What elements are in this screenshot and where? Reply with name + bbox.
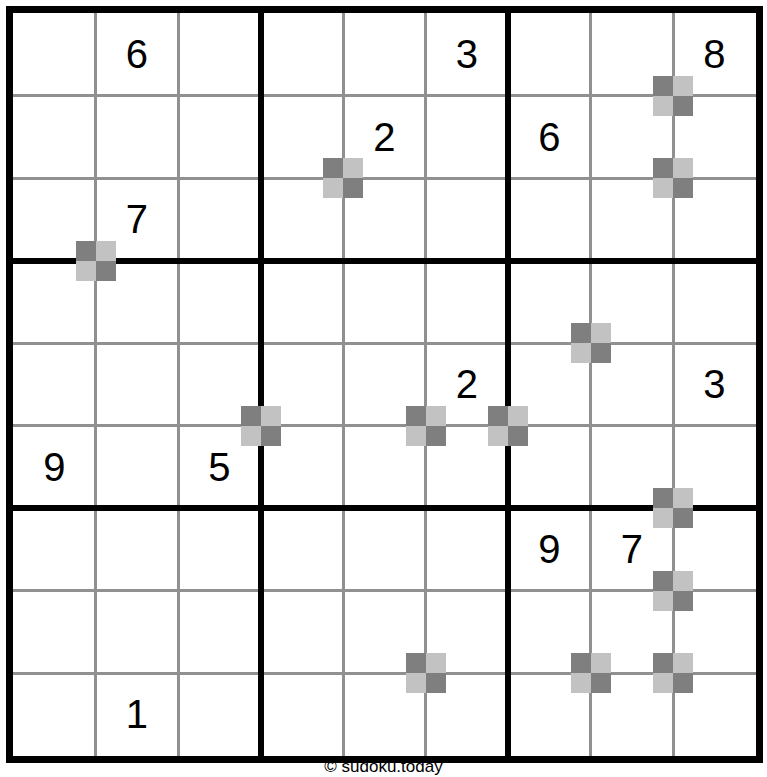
cell-r2c3[interactable] <box>178 96 261 179</box>
cell-r4c3[interactable] <box>178 261 261 344</box>
grid-line-horizontal <box>13 342 756 345</box>
cell-r8c1[interactable] <box>13 591 96 674</box>
battenburg-quadrant-light <box>508 406 528 426</box>
grid-line-vertical <box>94 13 97 756</box>
battenburg-quadrant-dark <box>591 673 611 693</box>
grid-line-vertical <box>672 13 675 756</box>
cell-r2c7[interactable]: 6 <box>508 96 591 179</box>
battenburg-marker-r5c6 <box>488 406 528 446</box>
battenburg-quadrant-light <box>343 158 363 178</box>
battenburg-quadrant-light <box>591 653 611 673</box>
battenburg-quadrant-dark <box>653 488 673 508</box>
battenburg-marker-r2c8 <box>653 158 693 198</box>
battenburg-quadrant-dark <box>323 158 343 178</box>
cell-r9c3[interactable] <box>178 673 261 756</box>
battenburg-quadrant-light <box>673 488 693 508</box>
battenburg-marker-r6c8 <box>653 488 693 528</box>
site-credit: © sudoku.today <box>0 757 767 777</box>
battenburg-quadrant-dark <box>673 96 693 116</box>
battenburg-marker-r5c5 <box>406 406 446 446</box>
cell-r7c3[interactable] <box>178 508 261 591</box>
battenburg-quadrant-light <box>261 406 281 426</box>
battenburg-quadrant-dark <box>673 508 693 528</box>
battenburg-marker-r8c7 <box>571 653 611 693</box>
grid-line-vertical <box>342 13 345 756</box>
box-line-horizontal <box>13 505 756 511</box>
battenburg-quadrant-light <box>571 343 591 363</box>
cell-r8c2[interactable] <box>96 591 179 674</box>
battenburg-quadrant-dark <box>76 241 96 261</box>
battenburg-quadrant-dark <box>653 571 673 591</box>
cell-r2c2[interactable] <box>96 96 179 179</box>
battenburg-marker-r7c8 <box>653 571 693 611</box>
grid-line-horizontal <box>13 94 756 97</box>
cell-r3c3[interactable] <box>178 178 261 261</box>
cell-r1c4[interactable] <box>261 13 344 96</box>
cell-r8c4[interactable] <box>261 591 344 674</box>
battenburg-quadrant-dark <box>508 426 528 446</box>
battenburg-marker-r1c8 <box>653 76 693 116</box>
cell-r4c6[interactable] <box>426 261 509 344</box>
battenburg-quadrant-dark <box>96 261 116 281</box>
cell-r4c9[interactable] <box>673 261 756 344</box>
battenburg-quadrant-light <box>673 158 693 178</box>
battenburg-quadrant-dark <box>426 426 446 446</box>
cell-r2c1[interactable] <box>13 96 96 179</box>
battenburg-marker-r2c4 <box>323 158 363 198</box>
battenburg-quadrant-dark <box>673 591 693 611</box>
battenburg-quadrant-dark <box>571 323 591 343</box>
battenburg-quadrant-dark <box>343 178 363 198</box>
battenburg-quadrant-light <box>653 673 673 693</box>
battenburg-quadrant-light <box>673 76 693 96</box>
cell-r9c1[interactable] <box>13 673 96 756</box>
battenburg-quadrant-light <box>96 241 116 261</box>
battenburg-quadrant-dark <box>653 76 673 96</box>
battenburg-quadrant-light <box>653 508 673 528</box>
battenburg-quadrant-light <box>406 673 426 693</box>
grid-line-vertical <box>177 13 180 756</box>
battenburg-quadrant-light <box>653 96 673 116</box>
battenburg-quadrant-dark <box>673 178 693 198</box>
cell-r7c1[interactable] <box>13 508 96 591</box>
cell-r7c4[interactable] <box>261 508 344 591</box>
cell-r6c1[interactable]: 9 <box>13 426 96 509</box>
cell-r5c2[interactable] <box>96 343 179 426</box>
battenburg-quadrant-dark <box>406 653 426 673</box>
cell-r5c1[interactable] <box>13 343 96 426</box>
battenburg-quadrant-light <box>76 261 96 281</box>
cell-r9c2[interactable]: 1 <box>96 673 179 756</box>
battenburg-marker-r8c5 <box>406 653 446 693</box>
battenburg-quadrant-dark <box>673 673 693 693</box>
cell-r9c4[interactable] <box>261 673 344 756</box>
cell-r6c2[interactable] <box>96 426 179 509</box>
grid-line-horizontal <box>13 672 756 675</box>
battenburg-quadrant-light <box>323 178 343 198</box>
battenburg-quadrant-dark <box>261 426 281 446</box>
cell-r1c7[interactable] <box>508 13 591 96</box>
battenburg-quadrant-light <box>571 673 591 693</box>
battenburg-quadrant-light <box>488 426 508 446</box>
cell-r7c2[interactable] <box>96 508 179 591</box>
battenburg-quadrant-light <box>591 323 611 343</box>
cell-r1c3[interactable] <box>178 13 261 96</box>
cell-r4c4[interactable] <box>261 261 344 344</box>
battenburg-marker-r8c8 <box>653 653 693 693</box>
grid-line-horizontal <box>13 589 756 592</box>
cell-r3c6[interactable] <box>426 178 509 261</box>
battenburg-quadrant-dark <box>488 406 508 426</box>
sudoku-board: 6382672395971 <box>6 6 763 763</box>
box-line-vertical <box>505 13 511 756</box>
grid-line-vertical <box>424 13 427 756</box>
cell-r7c5[interactable] <box>343 508 426 591</box>
battenburg-quadrant-dark <box>406 406 426 426</box>
battenburg-quadrant-dark <box>591 343 611 363</box>
cell-r2c6[interactable] <box>426 96 509 179</box>
cell-r1c6[interactable]: 3 <box>426 13 509 96</box>
cell-r4c5[interactable] <box>343 261 426 344</box>
grid-line-horizontal <box>13 177 756 180</box>
battenburg-quadrant-light <box>406 426 426 446</box>
grid-line-vertical <box>589 13 592 756</box>
battenburg-quadrant-dark <box>241 406 261 426</box>
battenburg-quadrant-light <box>653 178 673 198</box>
battenburg-quadrant-dark <box>653 653 673 673</box>
battenburg-quadrant-light <box>673 653 693 673</box>
grid-line-horizontal <box>13 424 756 427</box>
cell-r1c2[interactable]: 6 <box>96 13 179 96</box>
battenburg-quadrant-light <box>241 426 261 446</box>
battenburg-quadrant-light <box>673 571 693 591</box>
battenburg-quadrant-dark <box>426 673 446 693</box>
cell-r3c7[interactable] <box>508 178 591 261</box>
box-line-vertical <box>258 13 264 756</box>
cell-r7c6[interactable] <box>426 508 509 591</box>
cell-r1c1[interactable] <box>13 13 96 96</box>
battenburg-quadrant-light <box>426 653 446 673</box>
cell-r1c5[interactable] <box>343 13 426 96</box>
box-line-horizontal <box>13 258 756 264</box>
battenburg-quadrant-dark <box>571 653 591 673</box>
battenburg-quadrant-dark <box>653 158 673 178</box>
battenburg-quadrant-light <box>426 406 446 426</box>
cell-r7c7[interactable]: 9 <box>508 508 591 591</box>
cell-r5c9[interactable]: 3 <box>673 343 756 426</box>
battenburg-marker-r4c7 <box>571 323 611 363</box>
battenburg-marker-r5c3 <box>241 406 281 446</box>
battenburg-quadrant-light <box>653 591 673 611</box>
battenburg-marker-r3c1 <box>76 241 116 281</box>
cell-r8c3[interactable] <box>178 591 261 674</box>
